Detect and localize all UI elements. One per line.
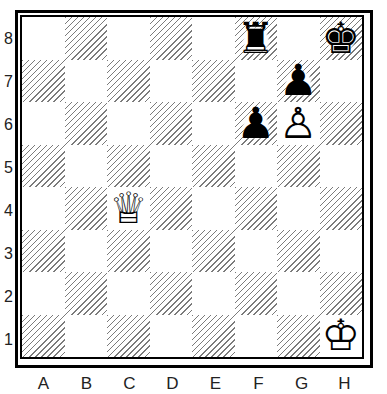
- square-d5[interactable]: [150, 145, 193, 188]
- square-h5[interactable]: [320, 145, 363, 188]
- square-g2[interactable]: [277, 272, 320, 315]
- square-b4[interactable]: [65, 187, 108, 230]
- file-label-D: D: [151, 374, 194, 394]
- square-f4[interactable]: [235, 187, 278, 230]
- square-c2[interactable]: [107, 272, 150, 315]
- rank-label-3: 3: [2, 232, 15, 275]
- square-h7[interactable]: [320, 60, 363, 103]
- square-b8[interactable]: [65, 17, 108, 60]
- square-g4[interactable]: [277, 187, 320, 230]
- square-f3[interactable]: [235, 230, 278, 273]
- chess-board: ♜♚♟♟♙♕♔: [15, 10, 373, 368]
- square-c7[interactable]: [107, 60, 150, 103]
- square-c5[interactable]: [107, 145, 150, 188]
- piece-white-pawn-g6[interactable]: ♙: [277, 102, 320, 145]
- square-b6[interactable]: [65, 102, 108, 145]
- square-a3[interactable]: [22, 230, 65, 273]
- board-border-inner: ♜♚♟♟♙♕♔: [20, 15, 364, 359]
- square-h6[interactable]: [320, 102, 363, 145]
- square-g7[interactable]: ♟: [277, 60, 320, 103]
- rank-label-1: 1: [2, 318, 15, 361]
- square-c1[interactable]: [107, 315, 150, 358]
- square-f6[interactable]: ♟: [235, 102, 278, 145]
- square-g1[interactable]: [277, 315, 320, 358]
- square-d3[interactable]: [150, 230, 193, 273]
- square-g6[interactable]: ♙: [277, 102, 320, 145]
- rank-label-4: 4: [2, 189, 15, 232]
- square-e4[interactable]: [192, 187, 235, 230]
- square-d7[interactable]: [150, 60, 193, 103]
- square-g3[interactable]: [277, 230, 320, 273]
- file-label-A: A: [22, 374, 65, 394]
- square-g8[interactable]: [277, 17, 320, 60]
- square-a1[interactable]: [22, 315, 65, 358]
- rank-label-6: 6: [2, 103, 15, 146]
- square-d1[interactable]: [150, 315, 193, 358]
- piece-white-king-h1[interactable]: ♔: [320, 315, 363, 358]
- square-h3[interactable]: [320, 230, 363, 273]
- square-e1[interactable]: [192, 315, 235, 358]
- square-a7[interactable]: [22, 60, 65, 103]
- file-label-F: F: [237, 374, 280, 394]
- square-c4[interactable]: ♕: [107, 187, 150, 230]
- square-b7[interactable]: [65, 60, 108, 103]
- square-h1[interactable]: ♔: [320, 315, 363, 358]
- square-b2[interactable]: [65, 272, 108, 315]
- square-d8[interactable]: [150, 17, 193, 60]
- square-f1[interactable]: [235, 315, 278, 358]
- square-e5[interactable]: [192, 145, 235, 188]
- piece-black-rook-f8[interactable]: ♜: [235, 17, 278, 60]
- square-b5[interactable]: [65, 145, 108, 188]
- square-g5[interactable]: [277, 145, 320, 188]
- piece-black-pawn-g7[interactable]: ♟: [277, 60, 320, 103]
- file-label-G: G: [280, 374, 323, 394]
- square-c6[interactable]: [107, 102, 150, 145]
- square-b3[interactable]: [65, 230, 108, 273]
- square-h2[interactable]: [320, 272, 363, 315]
- file-labels: ABCDEFGH: [15, 368, 373, 394]
- square-f7[interactable]: [235, 60, 278, 103]
- square-d2[interactable]: [150, 272, 193, 315]
- file-label-C: C: [108, 374, 151, 394]
- square-b1[interactable]: [65, 315, 108, 358]
- square-h8[interactable]: ♚: [320, 17, 363, 60]
- square-a4[interactable]: [22, 187, 65, 230]
- chess-diagram: 87654321 ♜♚♟♟♙♕♔ ABCDEFGH: [0, 0, 387, 394]
- square-a2[interactable]: [22, 272, 65, 315]
- diagram-layout: 87654321 ♜♚♟♟♙♕♔ ABCDEFGH: [0, 0, 387, 394]
- rank-label-2: 2: [2, 275, 15, 318]
- square-e3[interactable]: [192, 230, 235, 273]
- piece-white-queen-c4[interactable]: ♕: [107, 187, 150, 230]
- square-a6[interactable]: [22, 102, 65, 145]
- square-f2[interactable]: [235, 272, 278, 315]
- square-d4[interactable]: [150, 187, 193, 230]
- square-d6[interactable]: [150, 102, 193, 145]
- rank-labels: 87654321: [2, 10, 15, 368]
- piece-black-king-h8[interactable]: ♚: [320, 17, 363, 60]
- file-label-H: H: [323, 374, 366, 394]
- rank-label-5: 5: [2, 146, 15, 189]
- square-c3[interactable]: [107, 230, 150, 273]
- square-e6[interactable]: [192, 102, 235, 145]
- square-c8[interactable]: [107, 17, 150, 60]
- file-label-E: E: [194, 374, 237, 394]
- square-e7[interactable]: [192, 60, 235, 103]
- square-e2[interactable]: [192, 272, 235, 315]
- square-a5[interactable]: [22, 145, 65, 188]
- square-f8[interactable]: ♜: [235, 17, 278, 60]
- rank-label-7: 7: [2, 60, 15, 103]
- rank-label-8: 8: [2, 17, 15, 60]
- square-f5[interactable]: [235, 145, 278, 188]
- file-label-B: B: [65, 374, 108, 394]
- square-a8[interactable]: [22, 17, 65, 60]
- piece-black-pawn-f6[interactable]: ♟: [235, 102, 278, 145]
- square-h4[interactable]: [320, 187, 363, 230]
- board-grid: ♜♚♟♟♙♕♔: [22, 17, 362, 357]
- square-e8[interactable]: [192, 17, 235, 60]
